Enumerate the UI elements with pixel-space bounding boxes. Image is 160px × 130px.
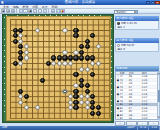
- status-segment-0: 就绪: [0, 126, 125, 129]
- black-stone: [18, 55, 23, 60]
- white-stone: [79, 67, 84, 72]
- first-move-icon[interactable]: «: [19, 9, 23, 13]
- player-info-text: 提子 9: [117, 47, 125, 51]
- go-app-window: 围棋对弈 - 实战棋谱 – □ × 文件编辑棋谱对弈工具帮助 ▣▤▥«‹●○›»…: [0, 0, 160, 130]
- open-file-icon[interactable]: ▤: [6, 9, 10, 13]
- close-button[interactable]: ×: [155, 1, 159, 5]
- menu-item-1[interactable]: 编辑: [11, 5, 20, 9]
- black-stone: [79, 78, 84, 83]
- black-stone: [13, 39, 18, 44]
- black-stone: [73, 100, 78, 105]
- move-cell: L6: [129, 117, 142, 120]
- move-nav-bar: «‹›»: [115, 121, 159, 126]
- black-stone: [13, 28, 18, 33]
- star-point: [59, 35, 61, 37]
- prev-move-icon[interactable]: ‹: [23, 9, 27, 13]
- mode-combobox[interactable]: 实战研究 ▼: [114, 10, 138, 14]
- white-stone: [24, 55, 29, 60]
- black-stone: [96, 111, 101, 116]
- menu-item-0[interactable]: 文件: [2, 5, 11, 9]
- black-stone: [90, 111, 95, 116]
- move-list-table: 手数坐标用时○72N60:08●73P50:05○74O50:09●75P40:…: [115, 71, 159, 121]
- scroll-up-icon[interactable]: ▲: [158, 72, 159, 75]
- toolbar-separator: [48, 9, 49, 13]
- white-stone: [79, 100, 84, 105]
- white-stone: [96, 61, 101, 66]
- white-stone: [73, 83, 78, 88]
- black-stone: [73, 28, 78, 33]
- black-stone: [46, 61, 51, 66]
- white-stone: [85, 67, 90, 72]
- last-move-button[interactable]: »: [148, 121, 159, 126]
- white-stone: [35, 28, 40, 33]
- status-segment-3: 1:02: [149, 126, 160, 129]
- black-player-panel: 用时 1:02:35提子 2: [115, 21, 159, 30]
- scroll-down-icon[interactable]: ▼: [158, 116, 159, 119]
- white-stone: [73, 50, 78, 55]
- last-move-icon[interactable]: »: [43, 9, 47, 13]
- status-bar: 就绪第84手白 L61:02: [0, 126, 160, 130]
- player-info-row: 提子 2: [116, 25, 158, 29]
- move-list-scrollbar[interactable]: ▲ ▼: [157, 71, 160, 120]
- count-icon[interactable]: ✓: [56, 9, 60, 13]
- first-move-button[interactable]: «: [115, 121, 126, 126]
- star-point: [25, 35, 27, 37]
- player-info-row: 提子 9: [116, 47, 158, 51]
- status-segment-1: 第84手: [125, 126, 138, 129]
- black-stone: [73, 72, 78, 77]
- go-board[interactable]: [6, 16, 111, 121]
- app-icon: [1, 1, 4, 4]
- white-stone-last-move: [62, 89, 67, 94]
- white-stone: [85, 94, 90, 99]
- move-cell: 84: [120, 117, 129, 120]
- white-stone: [68, 100, 73, 105]
- menu-item-5[interactable]: 帮助: [50, 5, 59, 9]
- white-stone: [62, 28, 67, 33]
- star-point: [25, 68, 27, 70]
- toolbar-separator: [16, 9, 17, 13]
- black-stone: [90, 55, 95, 60]
- move-table-column-2[interactable]: 坐标: [129, 72, 142, 75]
- white-stone: [85, 105, 90, 110]
- white-stone: [24, 50, 29, 55]
- move-table-column-3[interactable]: 用时: [142, 72, 154, 75]
- black-stone: [90, 100, 95, 105]
- black-stone: [73, 89, 78, 94]
- white-stone: [57, 61, 62, 66]
- black-stone: [57, 55, 62, 60]
- next-move-button[interactable]: ›: [137, 121, 148, 126]
- minimize-button[interactable]: –: [146, 1, 150, 5]
- stop-icon[interactable]: ●: [60, 9, 64, 13]
- black-stone: [68, 55, 73, 60]
- black-stone: [62, 55, 67, 60]
- move-cell: 0:03: [142, 117, 154, 120]
- move-table-column-1[interactable]: 手数: [120, 72, 129, 75]
- white-stone: [62, 61, 67, 66]
- black-stone: [96, 105, 101, 110]
- black-stone: [85, 89, 90, 94]
- black-stone: [73, 105, 78, 110]
- black-stone: [18, 89, 23, 94]
- maximize-button[interactable]: □: [151, 1, 155, 5]
- scrollbar-thumb[interactable]: [158, 90, 160, 102]
- white-player-panel: 用时 58:47提子 9: [115, 43, 159, 52]
- prev-move-button[interactable]: ‹: [126, 121, 137, 126]
- sidebar: 黑方棋手 6段 用时 1:02:35提子 2 白方棋手 6段 用时 58:47提…: [114, 14, 160, 126]
- menu-item-3[interactable]: 对弈: [31, 5, 40, 9]
- next-move-icon[interactable]: ›: [38, 9, 42, 13]
- black-stone-icon[interactable]: ●: [28, 9, 32, 13]
- coord-labels-left: [4, 17, 5, 122]
- status-segment-2: 白 L6: [138, 126, 149, 129]
- white-stone: [85, 100, 90, 105]
- new-game-icon[interactable]: ▣: [1, 9, 5, 13]
- black-stone: [73, 94, 78, 99]
- save-icon[interactable]: ▥: [11, 9, 15, 13]
- menu-item-4[interactable]: 工具: [40, 5, 49, 9]
- black-stone: [13, 61, 18, 66]
- white-stone-icon[interactable]: ○: [33, 9, 37, 13]
- black-stone: [85, 55, 90, 60]
- menu-item-2[interactable]: 棋谱: [21, 5, 30, 9]
- player-info-text: 提子 2: [117, 25, 125, 29]
- black-stone: [85, 39, 90, 44]
- white-stone: [62, 50, 67, 55]
- chevron-down-icon[interactable]: ▼: [134, 11, 137, 13]
- black-stone: [79, 55, 84, 60]
- black-stone: [85, 83, 90, 88]
- black-stone: [73, 55, 78, 60]
- pass-icon[interactable]: ≡: [51, 9, 55, 13]
- goban-frame: [2, 14, 114, 123]
